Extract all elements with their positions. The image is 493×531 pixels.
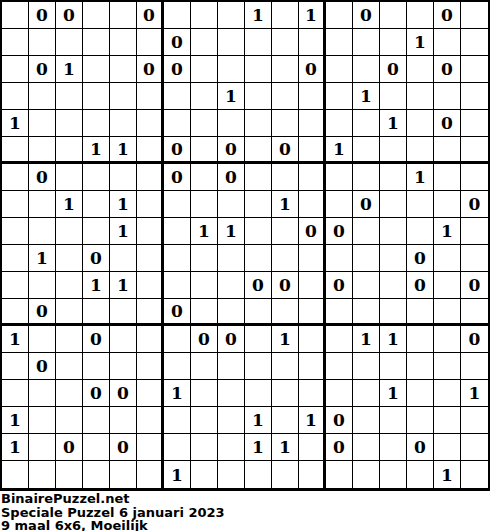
cell-r2c14-given-0[interactable]: 0	[380, 56, 407, 83]
cell-r17c4-empty[interactable]	[110, 461, 137, 488]
cell-r7c12-empty[interactable]	[326, 191, 353, 218]
cell-r3c14-empty[interactable]	[380, 83, 407, 110]
cell-r12c2-empty[interactable]	[56, 326, 83, 353]
cell-r3c2-empty[interactable]	[56, 83, 83, 110]
cell-r10c17-given-0[interactable]: 0	[461, 272, 488, 299]
cell-r4c6-empty[interactable]	[164, 110, 191, 137]
cell-r9c3-given-0[interactable]: 0	[83, 245, 110, 272]
cell-r0c16-given-0[interactable]: 0	[434, 2, 461, 29]
cell-r5c10-given-0[interactable]: 0	[272, 137, 299, 164]
cell-r2c16-given-0[interactable]: 0	[434, 56, 461, 83]
cell-r10c16-empty[interactable]	[434, 272, 461, 299]
cell-r6c14-empty[interactable]	[380, 164, 407, 191]
cell-r10c13-empty[interactable]	[353, 272, 380, 299]
cell-r5c2-empty[interactable]	[56, 137, 83, 164]
cell-r10c15-given-0[interactable]: 0	[407, 272, 434, 299]
cell-r9c1-given-1[interactable]: 1	[29, 245, 56, 272]
cell-r3c8-given-1[interactable]: 1	[218, 83, 245, 110]
cell-r10c0-empty[interactable]	[2, 272, 29, 299]
cell-r7c14-empty[interactable]	[380, 191, 407, 218]
cell-r8c16-given-1[interactable]: 1	[434, 218, 461, 245]
cell-r1c14-empty[interactable]	[380, 29, 407, 56]
cell-r13c9-empty[interactable]	[245, 353, 272, 380]
cell-r0c2-given-0[interactable]: 0	[56, 2, 83, 29]
cell-r17c9-empty[interactable]	[245, 461, 272, 488]
cell-r6c9-empty[interactable]	[245, 164, 272, 191]
cell-r17c6-given-1[interactable]: 1	[164, 461, 191, 488]
cell-r16c15-given-0[interactable]: 0	[407, 434, 434, 461]
cell-r9c6-empty[interactable]	[164, 245, 191, 272]
cell-r5c15-empty[interactable]	[407, 137, 434, 164]
cell-r6c3-empty[interactable]	[83, 164, 110, 191]
cell-r12c15-empty[interactable]	[407, 326, 434, 353]
cell-r7c15-empty[interactable]	[407, 191, 434, 218]
cell-r12c7-given-0[interactable]: 0	[191, 326, 218, 353]
cell-r17c3-empty[interactable]	[83, 461, 110, 488]
cell-r11c1-given-0[interactable]: 0	[29, 299, 56, 326]
cell-r10c1-empty[interactable]	[29, 272, 56, 299]
cell-r7c2-given-1[interactable]: 1	[56, 191, 83, 218]
cell-r15c0-given-1[interactable]: 1	[2, 407, 29, 434]
cell-r3c5-empty[interactable]	[137, 83, 164, 110]
cell-r5c12-given-1[interactable]: 1	[326, 137, 353, 164]
cell-r17c17-empty[interactable]	[461, 461, 488, 488]
cell-r9c16-empty[interactable]	[434, 245, 461, 272]
cell-r2c10-empty[interactable]	[272, 56, 299, 83]
cell-r12c0-given-1[interactable]: 1	[2, 326, 29, 353]
cell-r17c16-given-1[interactable]: 1	[434, 461, 461, 488]
cell-r1c16-empty[interactable]	[434, 29, 461, 56]
cell-r1c9-empty[interactable]	[245, 29, 272, 56]
cell-r4c10-empty[interactable]	[272, 110, 299, 137]
cell-r0c15-empty[interactable]	[407, 2, 434, 29]
cell-r4c11-empty[interactable]	[299, 110, 326, 137]
cell-r9c15-given-0[interactable]: 0	[407, 245, 434, 272]
cell-r15c5-empty[interactable]	[137, 407, 164, 434]
cell-r8c2-empty[interactable]	[56, 218, 83, 245]
cell-r8c7-given-1[interactable]: 1	[191, 218, 218, 245]
cell-r7c6-empty[interactable]	[164, 191, 191, 218]
cell-r10c12-given-0[interactable]: 0	[326, 272, 353, 299]
cell-r15c12-given-0[interactable]: 0	[326, 407, 353, 434]
cell-r11c5-empty[interactable]	[137, 299, 164, 326]
cell-r10c14-empty[interactable]	[380, 272, 407, 299]
cell-r2c13-empty[interactable]	[353, 56, 380, 83]
cell-r11c8-empty[interactable]	[218, 299, 245, 326]
cell-r17c13-empty[interactable]	[353, 461, 380, 488]
cell-r14c3-given-0[interactable]: 0	[83, 380, 110, 407]
cell-r7c3-empty[interactable]	[83, 191, 110, 218]
cell-r1c2-empty[interactable]	[56, 29, 83, 56]
cell-r9c9-empty[interactable]	[245, 245, 272, 272]
cell-r9c11-empty[interactable]	[299, 245, 326, 272]
cell-r9c5-empty[interactable]	[137, 245, 164, 272]
cell-r15c11-given-1[interactable]: 1	[299, 407, 326, 434]
cell-r9c7-empty[interactable]	[191, 245, 218, 272]
cell-r10c2-empty[interactable]	[56, 272, 83, 299]
cell-r10c10-given-0[interactable]: 0	[272, 272, 299, 299]
cell-r5c3-given-1[interactable]: 1	[83, 137, 110, 164]
cell-r13c3-empty[interactable]	[83, 353, 110, 380]
cell-r0c4-empty[interactable]	[110, 2, 137, 29]
cell-r6c2-empty[interactable]	[56, 164, 83, 191]
cell-r14c0-empty[interactable]	[2, 380, 29, 407]
cell-r4c17-empty[interactable]	[461, 110, 488, 137]
cell-r16c13-empty[interactable]	[353, 434, 380, 461]
cell-r0c10-empty[interactable]	[272, 2, 299, 29]
cell-r1c4-empty[interactable]	[110, 29, 137, 56]
cell-r2c9-empty[interactable]	[245, 56, 272, 83]
cell-r0c1-given-0[interactable]: 0	[29, 2, 56, 29]
cell-r14c15-empty[interactable]	[407, 380, 434, 407]
cell-r7c0-empty[interactable]	[2, 191, 29, 218]
cell-r7c16-empty[interactable]	[434, 191, 461, 218]
cell-r3c17-empty[interactable]	[461, 83, 488, 110]
cell-r10c11-empty[interactable]	[299, 272, 326, 299]
cell-r4c4-empty[interactable]	[110, 110, 137, 137]
cell-r8c5-empty[interactable]	[137, 218, 164, 245]
cell-r1c15-given-1[interactable]: 1	[407, 29, 434, 56]
cell-r2c6-given-0[interactable]: 0	[164, 56, 191, 83]
cell-r1c10-empty[interactable]	[272, 29, 299, 56]
cell-r3c9-empty[interactable]	[245, 83, 272, 110]
cell-r3c4-empty[interactable]	[110, 83, 137, 110]
cell-r8c3-empty[interactable]	[83, 218, 110, 245]
cell-r17c0-empty[interactable]	[2, 461, 29, 488]
cell-r12c16-empty[interactable]	[434, 326, 461, 353]
cell-r7c13-given-0[interactable]: 0	[353, 191, 380, 218]
cell-r0c12-empty[interactable]	[326, 2, 353, 29]
cell-r15c3-empty[interactable]	[83, 407, 110, 434]
cell-r2c4-empty[interactable]	[110, 56, 137, 83]
cell-r6c7-empty[interactable]	[191, 164, 218, 191]
cell-r2c15-empty[interactable]	[407, 56, 434, 83]
cell-r2c8-empty[interactable]	[218, 56, 245, 83]
cell-r13c10-empty[interactable]	[272, 353, 299, 380]
cell-r15c13-empty[interactable]	[353, 407, 380, 434]
cell-r6c17-empty[interactable]	[461, 164, 488, 191]
cell-r1c1-empty[interactable]	[29, 29, 56, 56]
cell-r5c4-given-1[interactable]: 1	[110, 137, 137, 164]
cell-r5c0-empty[interactable]	[2, 137, 29, 164]
cell-r17c15-empty[interactable]	[407, 461, 434, 488]
cell-r13c15-empty[interactable]	[407, 353, 434, 380]
cell-r9c10-empty[interactable]	[272, 245, 299, 272]
cell-r14c5-empty[interactable]	[137, 380, 164, 407]
cell-r16c6-empty[interactable]	[164, 434, 191, 461]
cell-r17c5-empty[interactable]	[137, 461, 164, 488]
cell-r1c11-empty[interactable]	[299, 29, 326, 56]
cell-r16c4-given-0[interactable]: 0	[110, 434, 137, 461]
cell-r10c4-given-1[interactable]: 1	[110, 272, 137, 299]
cell-r11c11-empty[interactable]	[299, 299, 326, 326]
cell-r14c6-given-1[interactable]: 1	[164, 380, 191, 407]
cell-r0c0-empty[interactable]	[2, 2, 29, 29]
cell-r12c4-empty[interactable]	[110, 326, 137, 353]
cell-r9c12-empty[interactable]	[326, 245, 353, 272]
cell-r9c4-empty[interactable]	[110, 245, 137, 272]
cell-r12c3-given-0[interactable]: 0	[83, 326, 110, 353]
cell-r14c16-empty[interactable]	[434, 380, 461, 407]
cell-r4c14-given-1[interactable]: 1	[380, 110, 407, 137]
cell-r17c7-empty[interactable]	[191, 461, 218, 488]
cell-r4c1-empty[interactable]	[29, 110, 56, 137]
cell-r0c5-given-0[interactable]: 0	[137, 2, 164, 29]
cell-r14c17-given-1[interactable]: 1	[461, 380, 488, 407]
cell-r6c5-empty[interactable]	[137, 164, 164, 191]
cell-r10c8-empty[interactable]	[218, 272, 245, 299]
cell-r7c9-empty[interactable]	[245, 191, 272, 218]
cell-r10c6-empty[interactable]	[164, 272, 191, 299]
cell-r13c1-given-0[interactable]: 0	[29, 353, 56, 380]
cell-r2c3-empty[interactable]	[83, 56, 110, 83]
cell-r11c3-empty[interactable]	[83, 299, 110, 326]
cell-r3c3-empty[interactable]	[83, 83, 110, 110]
cell-r7c17-given-0[interactable]: 0	[461, 191, 488, 218]
cell-r7c10-given-1[interactable]: 1	[272, 191, 299, 218]
cell-r15c8-empty[interactable]	[218, 407, 245, 434]
cell-r0c3-empty[interactable]	[83, 2, 110, 29]
cell-r10c3-given-1[interactable]: 1	[83, 272, 110, 299]
cell-r2c12-empty[interactable]	[326, 56, 353, 83]
cell-r12c8-given-0[interactable]: 0	[218, 326, 245, 353]
cell-r6c4-empty[interactable]	[110, 164, 137, 191]
cell-r0c7-empty[interactable]	[191, 2, 218, 29]
cell-r4c7-empty[interactable]	[191, 110, 218, 137]
cell-r13c5-empty[interactable]	[137, 353, 164, 380]
cell-r5c16-empty[interactable]	[434, 137, 461, 164]
cell-r5c8-given-0[interactable]: 0	[218, 137, 245, 164]
cell-r14c7-empty[interactable]	[191, 380, 218, 407]
cell-r8c1-empty[interactable]	[29, 218, 56, 245]
cell-r15c9-given-1[interactable]: 1	[245, 407, 272, 434]
cell-r11c6-given-0[interactable]: 0	[164, 299, 191, 326]
cell-r4c12-empty[interactable]	[326, 110, 353, 137]
cell-r17c10-empty[interactable]	[272, 461, 299, 488]
cell-r6c12-empty[interactable]	[326, 164, 353, 191]
cell-r14c14-given-1[interactable]: 1	[380, 380, 407, 407]
cell-r15c7-empty[interactable]	[191, 407, 218, 434]
cell-r11c16-empty[interactable]	[434, 299, 461, 326]
cell-r7c11-empty[interactable]	[299, 191, 326, 218]
cell-r4c2-empty[interactable]	[56, 110, 83, 137]
cell-r12c14-given-1[interactable]: 1	[380, 326, 407, 353]
cell-r5c17-empty[interactable]	[461, 137, 488, 164]
cell-r17c14-empty[interactable]	[380, 461, 407, 488]
cell-r17c1-empty[interactable]	[29, 461, 56, 488]
cell-r1c6-given-0[interactable]: 0	[164, 29, 191, 56]
cell-r16c3-empty[interactable]	[83, 434, 110, 461]
cell-r12c17-given-0[interactable]: 0	[461, 326, 488, 353]
cell-r16c12-given-0[interactable]: 0	[326, 434, 353, 461]
cell-r4c16-given-0[interactable]: 0	[434, 110, 461, 137]
cell-r5c6-given-0[interactable]: 0	[164, 137, 191, 164]
cell-r6c1-given-0[interactable]: 0	[29, 164, 56, 191]
cell-r4c0-given-1[interactable]: 1	[2, 110, 29, 137]
cell-r8c11-given-0[interactable]: 0	[299, 218, 326, 245]
cell-r6c16-empty[interactable]	[434, 164, 461, 191]
cell-r16c0-given-1[interactable]: 1	[2, 434, 29, 461]
cell-r1c3-empty[interactable]	[83, 29, 110, 56]
cell-r12c6-empty[interactable]	[164, 326, 191, 353]
cell-r8c15-empty[interactable]	[407, 218, 434, 245]
cell-r1c7-empty[interactable]	[191, 29, 218, 56]
cell-r11c7-empty[interactable]	[191, 299, 218, 326]
cell-r11c10-empty[interactable]	[272, 299, 299, 326]
cell-r16c14-empty[interactable]	[380, 434, 407, 461]
cell-r16c9-given-1[interactable]: 1	[245, 434, 272, 461]
cell-r12c11-empty[interactable]	[299, 326, 326, 353]
cell-r16c8-empty[interactable]	[218, 434, 245, 461]
cell-r1c12-empty[interactable]	[326, 29, 353, 56]
cell-r6c15-given-1[interactable]: 1	[407, 164, 434, 191]
cell-r13c16-empty[interactable]	[434, 353, 461, 380]
cell-r7c8-empty[interactable]	[218, 191, 245, 218]
cell-r14c11-empty[interactable]	[299, 380, 326, 407]
cell-r4c15-empty[interactable]	[407, 110, 434, 137]
cell-r8c10-empty[interactable]	[272, 218, 299, 245]
cell-r7c7-empty[interactable]	[191, 191, 218, 218]
cell-r1c0-empty[interactable]	[2, 29, 29, 56]
cell-r2c17-empty[interactable]	[461, 56, 488, 83]
cell-r11c9-empty[interactable]	[245, 299, 272, 326]
cell-r6c10-empty[interactable]	[272, 164, 299, 191]
cell-r14c4-given-0[interactable]: 0	[110, 380, 137, 407]
cell-r0c14-empty[interactable]	[380, 2, 407, 29]
cell-r11c17-empty[interactable]	[461, 299, 488, 326]
cell-r3c15-empty[interactable]	[407, 83, 434, 110]
cell-r16c10-given-1[interactable]: 1	[272, 434, 299, 461]
cell-r3c11-empty[interactable]	[299, 83, 326, 110]
cell-r5c14-empty[interactable]	[380, 137, 407, 164]
cell-r14c1-empty[interactable]	[29, 380, 56, 407]
cell-r7c5-empty[interactable]	[137, 191, 164, 218]
cell-r9c8-empty[interactable]	[218, 245, 245, 272]
cell-r13c0-empty[interactable]	[2, 353, 29, 380]
cell-r9c13-empty[interactable]	[353, 245, 380, 272]
cell-r8c17-empty[interactable]	[461, 218, 488, 245]
cell-r6c13-empty[interactable]	[353, 164, 380, 191]
cell-r12c13-given-1[interactable]: 1	[353, 326, 380, 353]
cell-r13c17-empty[interactable]	[461, 353, 488, 380]
cell-r13c8-empty[interactable]	[218, 353, 245, 380]
cell-r14c2-empty[interactable]	[56, 380, 83, 407]
cell-r0c6-empty[interactable]	[164, 2, 191, 29]
cell-r16c1-empty[interactable]	[29, 434, 56, 461]
cell-r14c12-empty[interactable]	[326, 380, 353, 407]
cell-r6c0-empty[interactable]	[2, 164, 29, 191]
cell-r2c7-empty[interactable]	[191, 56, 218, 83]
cell-r5c7-empty[interactable]	[191, 137, 218, 164]
cell-r10c9-given-0[interactable]: 0	[245, 272, 272, 299]
cell-r16c16-empty[interactable]	[434, 434, 461, 461]
cell-r13c4-empty[interactable]	[110, 353, 137, 380]
cell-r3c12-empty[interactable]	[326, 83, 353, 110]
cell-r15c10-empty[interactable]	[272, 407, 299, 434]
cell-r2c11-given-0[interactable]: 0	[299, 56, 326, 83]
cell-r13c7-empty[interactable]	[191, 353, 218, 380]
cell-r12c12-empty[interactable]	[326, 326, 353, 353]
cell-r7c4-given-1[interactable]: 1	[110, 191, 137, 218]
cell-r8c14-empty[interactable]	[380, 218, 407, 245]
cell-r11c12-empty[interactable]	[326, 299, 353, 326]
cell-r6c6-given-0[interactable]: 0	[164, 164, 191, 191]
cell-r3c10-empty[interactable]	[272, 83, 299, 110]
cell-r13c13-empty[interactable]	[353, 353, 380, 380]
cell-r17c12-empty[interactable]	[326, 461, 353, 488]
cell-r1c17-empty[interactable]	[461, 29, 488, 56]
cell-r10c7-empty[interactable]	[191, 272, 218, 299]
cell-r8c12-given-0[interactable]: 0	[326, 218, 353, 245]
cell-r13c12-empty[interactable]	[326, 353, 353, 380]
cell-r16c7-empty[interactable]	[191, 434, 218, 461]
cell-r6c8-given-0[interactable]: 0	[218, 164, 245, 191]
cell-r5c11-empty[interactable]	[299, 137, 326, 164]
cell-r11c0-empty[interactable]	[2, 299, 29, 326]
cell-r9c2-empty[interactable]	[56, 245, 83, 272]
cell-r2c0-empty[interactable]	[2, 56, 29, 83]
cell-r11c14-empty[interactable]	[380, 299, 407, 326]
cell-r1c13-empty[interactable]	[353, 29, 380, 56]
cell-r3c6-empty[interactable]	[164, 83, 191, 110]
cell-r8c0-empty[interactable]	[2, 218, 29, 245]
cell-r14c9-empty[interactable]	[245, 380, 272, 407]
cell-r4c8-empty[interactable]	[218, 110, 245, 137]
cell-r17c2-empty[interactable]	[56, 461, 83, 488]
cell-r13c14-empty[interactable]	[380, 353, 407, 380]
cell-r16c11-empty[interactable]	[299, 434, 326, 461]
cell-r2c2-given-1[interactable]: 1	[56, 56, 83, 83]
cell-r11c4-empty[interactable]	[110, 299, 137, 326]
cell-r9c14-empty[interactable]	[380, 245, 407, 272]
cell-r15c1-empty[interactable]	[29, 407, 56, 434]
cell-r12c9-empty[interactable]	[245, 326, 272, 353]
cell-r15c17-empty[interactable]	[461, 407, 488, 434]
cell-r8c6-empty[interactable]	[164, 218, 191, 245]
cell-r5c13-empty[interactable]	[353, 137, 380, 164]
cell-r4c13-empty[interactable]	[353, 110, 380, 137]
cell-r2c1-given-0[interactable]: 0	[29, 56, 56, 83]
cell-r8c4-given-1[interactable]: 1	[110, 218, 137, 245]
cell-r11c13-empty[interactable]	[353, 299, 380, 326]
cell-r5c9-empty[interactable]	[245, 137, 272, 164]
cell-r4c3-empty[interactable]	[83, 110, 110, 137]
cell-r17c8-empty[interactable]	[218, 461, 245, 488]
cell-r12c10-given-1[interactable]: 1	[272, 326, 299, 353]
cell-r3c16-empty[interactable]	[434, 83, 461, 110]
cell-r1c8-empty[interactable]	[218, 29, 245, 56]
cell-r0c8-empty[interactable]	[218, 2, 245, 29]
cell-r8c13-empty[interactable]	[353, 218, 380, 245]
cell-r15c2-empty[interactable]	[56, 407, 83, 434]
cell-r3c0-empty[interactable]	[2, 83, 29, 110]
cell-r11c15-empty[interactable]	[407, 299, 434, 326]
cell-r15c14-empty[interactable]	[380, 407, 407, 434]
cell-r13c11-empty[interactable]	[299, 353, 326, 380]
cell-r3c1-empty[interactable]	[29, 83, 56, 110]
cell-r0c17-empty[interactable]	[461, 2, 488, 29]
cell-r6c11-empty[interactable]	[299, 164, 326, 191]
cell-r14c10-empty[interactable]	[272, 380, 299, 407]
cell-r9c17-empty[interactable]	[461, 245, 488, 272]
cell-r3c7-empty[interactable]	[191, 83, 218, 110]
cell-r9c0-empty[interactable]	[2, 245, 29, 272]
cell-r4c9-empty[interactable]	[245, 110, 272, 137]
cell-r16c17-empty[interactable]	[461, 434, 488, 461]
cell-r15c16-empty[interactable]	[434, 407, 461, 434]
cell-r5c5-empty[interactable]	[137, 137, 164, 164]
cell-r0c11-given-1[interactable]: 1	[299, 2, 326, 29]
